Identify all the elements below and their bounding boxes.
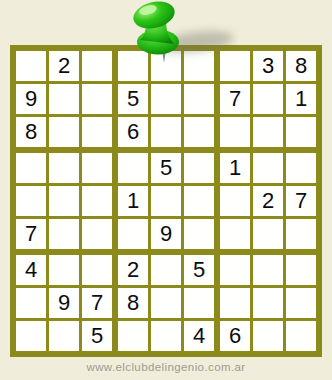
- cell-r6c1: 7: [16, 219, 46, 249]
- cell-r8c6[interactable]: [184, 288, 214, 318]
- cell-r2c7: 7: [220, 84, 250, 114]
- cell-r4c7: 1: [220, 153, 250, 183]
- cell-r9c2[interactable]: [49, 321, 79, 351]
- cell-r5c2[interactable]: [49, 186, 79, 216]
- cell-r9c8[interactable]: [253, 321, 283, 351]
- cell-r6c7[interactable]: [220, 219, 250, 249]
- cell-r2c2[interactable]: [49, 84, 79, 114]
- cell-r8c1[interactable]: [16, 288, 46, 318]
- cell-r4c2[interactable]: [49, 153, 79, 183]
- cell-r8c4: 8: [118, 288, 148, 318]
- cell-r7c2[interactable]: [49, 255, 79, 285]
- cell-r7c6: 5: [184, 255, 214, 285]
- cell-r5c7[interactable]: [220, 186, 250, 216]
- cell-r1c3[interactable]: [82, 51, 112, 81]
- cell-r8c7[interactable]: [220, 288, 250, 318]
- cell-r7c4: 2: [118, 255, 148, 285]
- footer-url: www.elclubdelingenio.com.ar: [0, 361, 332, 373]
- cell-r2c6[interactable]: [184, 84, 214, 114]
- cell-r8c3: 7: [82, 288, 112, 318]
- cell-r3c2[interactable]: [49, 117, 79, 147]
- cell-r1c1[interactable]: [16, 51, 46, 81]
- cell-r4c4[interactable]: [118, 153, 148, 183]
- sudoku-box-4: 7: [16, 153, 112, 249]
- cell-r2c5[interactable]: [151, 84, 181, 114]
- sudoku-box-8: 2584: [118, 255, 214, 351]
- sudoku-box-5: 519: [118, 153, 214, 249]
- cell-r4c6[interactable]: [184, 153, 214, 183]
- cell-r8c8[interactable]: [253, 288, 283, 318]
- cell-r1c6[interactable]: [184, 51, 214, 81]
- cell-r6c2[interactable]: [49, 219, 79, 249]
- cell-r9c4[interactable]: [118, 321, 148, 351]
- cell-r7c5[interactable]: [151, 255, 181, 285]
- cell-r9c6: 4: [184, 321, 214, 351]
- cell-r9c1[interactable]: [16, 321, 46, 351]
- cell-r3c6[interactable]: [184, 117, 214, 147]
- cell-r9c7: 6: [220, 321, 250, 351]
- cell-r6c3[interactable]: [82, 219, 112, 249]
- cell-r2c1: 9: [16, 84, 46, 114]
- cell-r7c9[interactable]: [286, 255, 316, 285]
- cell-r3c1: 8: [16, 117, 46, 147]
- cell-r3c7[interactable]: [220, 117, 250, 147]
- cell-r1c4[interactable]: [118, 51, 148, 81]
- cell-r6c8[interactable]: [253, 219, 283, 249]
- cell-r3c4: 6: [118, 117, 148, 147]
- cell-r4c5: 5: [151, 153, 181, 183]
- cell-r7c7[interactable]: [220, 255, 250, 285]
- cell-r2c4: 5: [118, 84, 148, 114]
- cell-r2c9: 1: [286, 84, 316, 114]
- cell-r4c9[interactable]: [286, 153, 316, 183]
- cell-r3c3[interactable]: [82, 117, 112, 147]
- cell-r9c3: 5: [82, 321, 112, 351]
- cell-r6c4[interactable]: [118, 219, 148, 249]
- cell-r4c8[interactable]: [253, 153, 283, 183]
- sudoku-box-2: 56: [118, 51, 214, 147]
- cell-r5c3[interactable]: [82, 186, 112, 216]
- cell-r1c8: 3: [253, 51, 283, 81]
- cell-r5c5[interactable]: [151, 186, 181, 216]
- cell-r2c8[interactable]: [253, 84, 283, 114]
- cell-r1c7[interactable]: [220, 51, 250, 81]
- cell-r5c6[interactable]: [184, 186, 214, 216]
- cell-r7c3[interactable]: [82, 255, 112, 285]
- cell-r8c5[interactable]: [151, 288, 181, 318]
- cell-r5c1[interactable]: [16, 186, 46, 216]
- cell-r1c5[interactable]: [151, 51, 181, 81]
- cell-r4c1[interactable]: [16, 153, 46, 183]
- cell-r7c1: 4: [16, 255, 46, 285]
- cell-r8c2: 9: [49, 288, 79, 318]
- cell-r3c9[interactable]: [286, 117, 316, 147]
- cell-r4c3[interactable]: [82, 153, 112, 183]
- sudoku-grid: 2985638717519127497525846: [10, 45, 322, 357]
- sudoku-box-3: 3871: [220, 51, 316, 147]
- cell-r5c9: 7: [286, 186, 316, 216]
- cell-r6c6[interactable]: [184, 219, 214, 249]
- cell-r9c5[interactable]: [151, 321, 181, 351]
- cell-r5c4: 1: [118, 186, 148, 216]
- cell-r2c3[interactable]: [82, 84, 112, 114]
- cell-r8c9[interactable]: [286, 288, 316, 318]
- cell-r5c8: 2: [253, 186, 283, 216]
- cell-r3c5[interactable]: [151, 117, 181, 147]
- sudoku-box-7: 4975: [16, 255, 112, 351]
- cell-r6c5: 9: [151, 219, 181, 249]
- sudoku-box-1: 298: [16, 51, 112, 147]
- sudoku-box-6: 127: [220, 153, 316, 249]
- cell-r3c8[interactable]: [253, 117, 283, 147]
- cell-r6c9[interactable]: [286, 219, 316, 249]
- cell-r9c9[interactable]: [286, 321, 316, 351]
- cell-r1c2: 2: [49, 51, 79, 81]
- cell-r1c9: 8: [286, 51, 316, 81]
- sudoku-box-9: 6: [220, 255, 316, 351]
- cell-r7c8[interactable]: [253, 255, 283, 285]
